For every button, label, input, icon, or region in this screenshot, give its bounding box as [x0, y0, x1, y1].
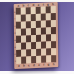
rank-label-8: 8 [14, 10, 15, 12]
rank-label-1: 1 [15, 59, 16, 61]
rank-label-5: 5 [14, 31, 15, 33]
background-bottom-strip [0, 71, 74, 74]
rank-label-2: 2 [15, 52, 16, 54]
file-label-c: c [28, 64, 30, 67]
rank-label-4: 4 [14, 38, 15, 40]
file-label-a: a [18, 65, 20, 68]
product-photo-scene: abcdefgh abcdefgh 87654321 [0, 0, 74, 74]
file-label-e: e [38, 64, 40, 67]
board-grid [16, 6, 56, 64]
background-top-strip [0, 0, 74, 2]
file-label-b: b [23, 65, 25, 68]
chess-board: abcdefgh abcdefgh 87654321 [14, 2, 59, 69]
rank-label-6: 6 [14, 24, 15, 26]
rank-label-3: 3 [15, 45, 16, 47]
file-label-d: d [33, 64, 35, 67]
file-label-g: g [47, 63, 49, 66]
rank-label-7: 7 [14, 17, 15, 19]
file-label-h: h [53, 63, 55, 66]
file-label-f: f [43, 64, 44, 67]
